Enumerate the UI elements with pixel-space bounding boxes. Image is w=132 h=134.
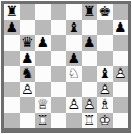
piece-white-pawn: ♟♙: [20, 82, 36, 98]
square-a6[interactable]: [4, 35, 20, 51]
square-d4[interactable]: [51, 66, 67, 82]
black-piece-glyph: ♟: [4, 20, 20, 36]
square-a8[interactable]: ♜: [4, 4, 20, 20]
square-c2[interactable]: ♛♕: [35, 97, 51, 113]
black-piece-glyph: ♛: [20, 35, 36, 51]
square-b8[interactable]: [20, 4, 36, 20]
square-g6[interactable]: [97, 35, 113, 51]
white-piece-outline: ♔: [97, 113, 113, 129]
black-piece-glyph: ♟: [20, 51, 36, 67]
black-piece-glyph: ♜: [82, 4, 98, 20]
square-a3[interactable]: [4, 82, 20, 98]
square-f3[interactable]: [82, 82, 98, 98]
piece-white-king: ♚♔: [97, 113, 113, 129]
square-d5[interactable]: [51, 51, 67, 67]
square-d2[interactable]: [51, 97, 67, 113]
piece-black-rook: ♜: [82, 4, 98, 20]
square-g5[interactable]: [97, 51, 113, 67]
square-a4[interactable]: [4, 66, 20, 82]
square-a5[interactable]: [4, 51, 20, 67]
piece-black-king: ♚: [97, 4, 113, 20]
piece-black-knight: ♞: [20, 66, 36, 82]
black-piece-glyph: ♜: [4, 4, 20, 20]
square-h1[interactable]: [113, 113, 129, 129]
square-f2[interactable]: ♟♙: [82, 97, 98, 113]
piece-black-rook: ♜: [4, 4, 20, 20]
white-piece-outline: ♘: [66, 66, 82, 82]
square-h7[interactable]: ♟: [113, 20, 129, 36]
square-b6[interactable]: ♛: [20, 35, 36, 51]
piece-white-rook: ♜♖: [82, 113, 98, 129]
piece-black-pawn: ♟: [66, 51, 82, 67]
square-f5[interactable]: [82, 51, 98, 67]
piece-black-queen: ♛: [20, 35, 36, 51]
piece-white-bishop: ♝♗: [97, 97, 113, 113]
square-h3[interactable]: [113, 82, 129, 98]
square-f7[interactable]: [82, 20, 98, 36]
piece-white-pawn: ♟♙: [66, 97, 82, 113]
square-d7[interactable]: [51, 20, 67, 36]
piece-black-pawn: ♟: [4, 20, 20, 36]
square-g3[interactable]: ♟♙: [97, 82, 113, 98]
square-e5[interactable]: ♟: [66, 51, 82, 67]
piece-black-pawn: ♟: [20, 51, 36, 67]
square-e7[interactable]: ♝: [66, 20, 82, 36]
square-h8[interactable]: [113, 4, 129, 20]
white-piece-outline: ♖: [82, 113, 98, 129]
piece-white-pawn: ♟♙: [82, 97, 98, 113]
square-e4[interactable]: ♞♘: [66, 66, 82, 82]
black-piece-glyph: ♞: [20, 66, 36, 82]
piece-white-knight: ♞♘: [66, 66, 82, 82]
square-b2[interactable]: [20, 97, 36, 113]
square-e2[interactable]: ♟♙: [66, 97, 82, 113]
square-a1[interactable]: [4, 113, 20, 129]
chess-diagram: ♜♜♚♟♝♟♛♟♟♟♟♞♞♘♝♟♙♟♙♟♙♛♕♟♙♟♙♝♗♜♖♜♖♚♔: [0, 0, 132, 134]
chess-board: ♜♜♚♟♝♟♛♟♟♟♟♞♞♘♝♟♙♟♙♟♙♛♕♟♙♟♙♝♗♜♖♜♖♚♔: [1, 1, 131, 133]
square-c8[interactable]: [35, 4, 51, 20]
black-piece-glyph: ♚: [97, 4, 113, 20]
piece-black-pawn: ♟: [35, 35, 51, 51]
piece-white-pawn: ♟♙: [113, 66, 129, 82]
white-piece-outline: ♙: [20, 82, 36, 98]
square-g2[interactable]: ♝♗: [97, 97, 113, 113]
square-b1[interactable]: [20, 113, 36, 129]
square-c7[interactable]: [35, 20, 51, 36]
square-f1[interactable]: ♜♖: [82, 113, 98, 129]
white-piece-outline: ♙: [97, 82, 113, 98]
piece-black-bishop: ♝: [66, 20, 82, 36]
square-d6[interactable]: [51, 35, 67, 51]
square-h4[interactable]: ♟♙: [113, 66, 129, 82]
square-g8[interactable]: ♚: [97, 4, 113, 20]
square-f8[interactable]: ♜: [82, 4, 98, 20]
square-b4[interactable]: ♞: [20, 66, 36, 82]
square-c6[interactable]: ♟: [35, 35, 51, 51]
piece-white-rook: ♜♖: [35, 113, 51, 129]
square-e8[interactable]: [66, 4, 82, 20]
piece-black-bishop: ♝: [97, 66, 113, 82]
white-piece-outline: ♙: [113, 66, 129, 82]
square-c1[interactable]: ♜♖: [35, 113, 51, 129]
piece-black-pawn: ♟: [113, 20, 129, 36]
square-c5[interactable]: [35, 51, 51, 67]
black-piece-glyph: ♝: [97, 66, 113, 82]
square-d1[interactable]: [51, 113, 67, 129]
black-piece-glyph: ♟: [113, 20, 129, 36]
square-b5[interactable]: ♟: [20, 51, 36, 67]
square-d8[interactable]: [51, 4, 67, 20]
square-a2[interactable]: [4, 97, 20, 113]
white-piece-outline: ♕: [35, 97, 51, 113]
square-g1[interactable]: ♚♔: [97, 113, 113, 129]
white-piece-outline: ♙: [66, 97, 82, 113]
square-f4[interactable]: [82, 66, 98, 82]
piece-white-queen: ♛♕: [35, 97, 51, 113]
square-c3[interactable]: [35, 82, 51, 98]
piece-white-pawn: ♟♙: [97, 82, 113, 98]
square-e6[interactable]: [66, 35, 82, 51]
square-f6[interactable]: ♟: [82, 35, 98, 51]
white-piece-outline: ♗: [97, 97, 113, 113]
square-c4[interactable]: [35, 66, 51, 82]
square-d3[interactable]: [51, 82, 67, 98]
square-h2[interactable]: [113, 97, 129, 113]
square-e1[interactable]: [66, 113, 82, 129]
black-piece-glyph: ♟: [66, 51, 82, 67]
white-piece-outline: ♖: [35, 113, 51, 129]
black-piece-glyph: ♝: [66, 20, 82, 36]
piece-black-pawn: ♟: [82, 35, 98, 51]
white-piece-outline: ♙: [82, 97, 98, 113]
square-g4[interactable]: ♝: [97, 66, 113, 82]
square-g7[interactable]: [97, 20, 113, 36]
black-piece-glyph: ♟: [82, 35, 98, 51]
square-a7[interactable]: ♟: [4, 20, 20, 36]
square-h6[interactable]: [113, 35, 129, 51]
square-b3[interactable]: ♟♙: [20, 82, 36, 98]
square-e3[interactable]: [66, 82, 82, 98]
square-h5[interactable]: [113, 51, 129, 67]
black-piece-glyph: ♟: [35, 35, 51, 51]
square-b7[interactable]: [20, 20, 36, 36]
